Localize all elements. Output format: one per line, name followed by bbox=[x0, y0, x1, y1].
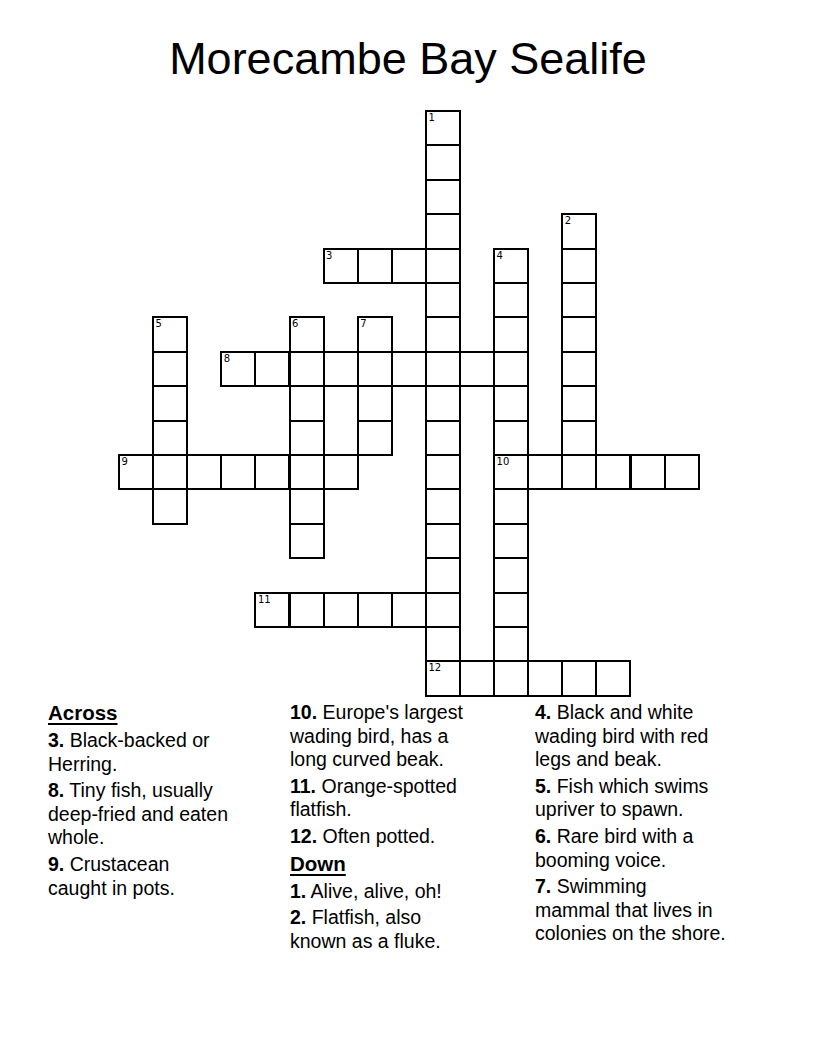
cell-number-label: 7 bbox=[360, 319, 366, 329]
clue-text: Swimming mammal that lives in colonies o… bbox=[535, 875, 726, 944]
grid-cell bbox=[561, 282, 597, 318]
clue-down-6: 6. Rare bird with a booming voice. bbox=[535, 825, 777, 872]
clue-number: 5. bbox=[535, 775, 551, 797]
grid-cell bbox=[493, 592, 529, 628]
grid-cell bbox=[391, 351, 427, 387]
grid-cell bbox=[425, 488, 461, 524]
grid-cell bbox=[561, 248, 597, 284]
grid-cell bbox=[493, 351, 529, 387]
clue-down-2: 2. Flatfish, also known as a fluke. bbox=[290, 906, 532, 953]
grid-cell bbox=[493, 626, 529, 662]
clue-across-11: 11. Orange-spotted flatfish. bbox=[290, 775, 532, 822]
clue-number: 11. bbox=[290, 775, 316, 797]
cell-number-label: 9 bbox=[122, 457, 128, 467]
grid-cell bbox=[254, 351, 290, 387]
grid-cell bbox=[493, 385, 529, 421]
grid-cell bbox=[186, 454, 222, 490]
grid-cell bbox=[527, 660, 563, 696]
grid-cell bbox=[425, 179, 461, 215]
grid-cell bbox=[220, 454, 256, 490]
grid-cell bbox=[391, 592, 427, 628]
cell-number-label: 11 bbox=[258, 595, 271, 605]
grid-cell bbox=[289, 488, 325, 524]
clue-text: Black-backed or Herring. bbox=[48, 729, 210, 775]
grid-cell bbox=[254, 454, 290, 490]
clue-text: Crustacean caught in pots. bbox=[48, 853, 175, 899]
clue-number: 2. bbox=[290, 906, 306, 928]
grid-cell bbox=[425, 282, 461, 318]
grid-cell bbox=[425, 523, 461, 559]
grid-cell bbox=[493, 420, 529, 456]
clue-number: 12. bbox=[290, 825, 317, 847]
grid-cell bbox=[357, 385, 393, 421]
grid-cell bbox=[323, 351, 359, 387]
clue-text: Rare bird with a booming voice. bbox=[535, 825, 693, 871]
clue-down-7: 7. Swimming mammal that lives in colonie… bbox=[535, 875, 777, 946]
cell-number-label: 12 bbox=[428, 663, 441, 673]
down-header: Down bbox=[290, 852, 532, 876]
grid-cell bbox=[425, 144, 461, 180]
clue-number: 7. bbox=[535, 875, 551, 897]
grid-cell bbox=[493, 557, 529, 593]
grid-cell bbox=[152, 454, 188, 490]
clue-text: Flatfish, also known as a fluke. bbox=[290, 906, 441, 952]
clue-text: Black and white wading bird with red leg… bbox=[535, 701, 708, 770]
clue-number: 1. bbox=[290, 880, 306, 902]
clue-across-9: 9. Crustacean caught in pots. bbox=[48, 853, 290, 900]
grid-cell bbox=[425, 248, 461, 284]
grid-cell bbox=[493, 282, 529, 318]
clue-down-1: 1. Alive, alive, oh! bbox=[290, 880, 532, 904]
clue-across-12: 12. Often potted. bbox=[290, 825, 532, 849]
grid-cell bbox=[425, 420, 461, 456]
grid-cell bbox=[595, 454, 631, 490]
grid-cell bbox=[493, 660, 529, 696]
across-header: Across bbox=[48, 701, 290, 725]
grid-cell bbox=[289, 523, 325, 559]
grid-cell bbox=[493, 523, 529, 559]
clues-section: Across 3. Black-backed or Herring. 8. Ti… bbox=[0, 701, 816, 971]
clue-text: Alive, alive, oh! bbox=[311, 880, 442, 902]
grid-cell bbox=[357, 351, 393, 387]
clue-column-3: 4. Black and white wading bird with red … bbox=[535, 701, 777, 949]
cell-number-label: 6 bbox=[292, 319, 298, 329]
clue-column-1: Across 3. Black-backed or Herring. 8. Ti… bbox=[48, 701, 290, 903]
cell-number-label: 3 bbox=[326, 251, 332, 261]
clue-text: Tiny fish, usually deep-fried and eaten … bbox=[48, 779, 228, 848]
grid-cell bbox=[561, 385, 597, 421]
clue-text: Orange-spotted flatfish. bbox=[290, 775, 457, 821]
clue-column-2: 10. Europe's largest wading bird, has a … bbox=[290, 701, 532, 956]
clue-number: 4. bbox=[535, 701, 551, 723]
grid-cell bbox=[323, 592, 359, 628]
grid-cell bbox=[527, 454, 563, 490]
cell-number-label: 5 bbox=[156, 319, 162, 329]
cell-number-label: 2 bbox=[565, 216, 571, 226]
grid-cell bbox=[459, 351, 495, 387]
crossword-page: Morecambe Bay Sealife 123456789101112 Ac… bbox=[0, 0, 816, 1056]
grid-cell bbox=[152, 351, 188, 387]
cell-number-label: 4 bbox=[497, 251, 503, 261]
clue-number: 6. bbox=[535, 825, 551, 847]
grid-cell bbox=[493, 316, 529, 352]
grid-cell bbox=[357, 248, 393, 284]
grid-cell bbox=[459, 660, 495, 696]
cell-number-label: 1 bbox=[428, 113, 434, 123]
grid-cell bbox=[152, 385, 188, 421]
grid-cell bbox=[561, 316, 597, 352]
grid-cell bbox=[425, 592, 461, 628]
grid-cell bbox=[391, 248, 427, 284]
grid-cell bbox=[152, 420, 188, 456]
clue-across-8: 8. Tiny fish, usually deep-fried and eat… bbox=[48, 779, 290, 850]
grid-cell bbox=[289, 592, 325, 628]
clue-across-10: 10. Europe's largest wading bird, has a … bbox=[290, 701, 532, 772]
grid-cell bbox=[357, 420, 393, 456]
grid-cell bbox=[595, 660, 631, 696]
grid-cell bbox=[561, 351, 597, 387]
grid-cell bbox=[630, 454, 666, 490]
clue-text: Often potted. bbox=[323, 825, 436, 847]
clue-number: 8. bbox=[48, 779, 64, 801]
crossword-grid: 123456789101112 bbox=[118, 110, 698, 695]
puzzle-title: Morecambe Bay Sealife bbox=[0, 33, 816, 85]
grid-cell bbox=[289, 454, 325, 490]
cell-number-label: 8 bbox=[224, 354, 230, 364]
grid-cell bbox=[425, 626, 461, 662]
clue-number: 9. bbox=[48, 853, 64, 875]
cell-number-label: 10 bbox=[497, 457, 510, 467]
clue-across-3: 3. Black-backed or Herring. bbox=[48, 729, 290, 776]
clue-down-4: 4. Black and white wading bird with red … bbox=[535, 701, 777, 772]
grid-cell bbox=[561, 660, 597, 696]
clue-number: 3. bbox=[48, 729, 64, 751]
clue-down-5: 5. Fish which swims upriver to spawn. bbox=[535, 775, 777, 822]
grid-cell bbox=[152, 488, 188, 524]
grid-cell bbox=[561, 420, 597, 456]
grid-cell bbox=[425, 454, 461, 490]
grid-cell bbox=[289, 420, 325, 456]
grid-cell bbox=[561, 454, 597, 490]
grid-cell bbox=[493, 488, 529, 524]
clue-text: Fish which swims upriver to spawn. bbox=[535, 775, 708, 821]
clue-number: 10. bbox=[290, 701, 317, 723]
grid-cell bbox=[425, 213, 461, 249]
grid-cell bbox=[425, 557, 461, 593]
grid-cell bbox=[357, 592, 393, 628]
grid-cell bbox=[323, 454, 359, 490]
grid-cell bbox=[289, 385, 325, 421]
grid-cell bbox=[425, 351, 461, 387]
grid-cell bbox=[425, 316, 461, 352]
grid-cell bbox=[425, 385, 461, 421]
grid-cell bbox=[664, 454, 700, 490]
grid-cell bbox=[289, 351, 325, 387]
